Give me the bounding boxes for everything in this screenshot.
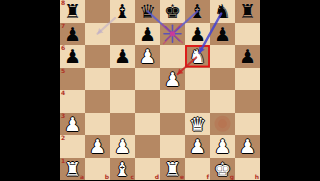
square-a1[interactable]: 1a♜ [60,158,85,181]
file-label-g: g [230,173,234,180]
piece-black-king: ♚ [160,0,185,23]
square-c5[interactable] [110,68,135,91]
square-h2[interactable]: ♟ [235,135,260,158]
file-label-f: f [206,173,209,180]
square-h6[interactable]: ♟ [235,45,260,68]
piece-black-pawn: ♟ [235,45,260,68]
file-label-h: h [255,173,259,180]
chess-board: 8♜♝♛♚♝♞♜7♟♟♟♟6♟♟♟♞♟5♟43♟♛2♟♟♟♟♟1a♜bc♝de♜… [60,0,260,180]
square-e8[interactable]: ♚ [160,0,185,23]
square-g3[interactable] [210,113,235,136]
square-c7[interactable] [110,23,135,46]
square-g2[interactable]: ♟ [210,135,235,158]
letterbox-left [0,0,60,180]
file-label-a: a [80,173,84,180]
square-c1[interactable]: c♝ [110,158,135,181]
piece-white-pawn: ♟ [185,135,210,158]
square-h8[interactable]: ♜ [235,0,260,23]
square-a2[interactable]: 2 [60,135,85,158]
piece-black-pawn: ♟ [60,45,85,68]
square-a3[interactable]: 3♟ [60,113,85,136]
square-f8[interactable]: ♝ [185,0,210,23]
piece-white-rook: ♜ [60,158,85,181]
square-e2[interactable] [160,135,185,158]
piece-white-knight: ♞ [185,45,210,68]
square-d4[interactable] [135,90,160,113]
file-label-c: c [130,173,134,180]
file-label-e: e [180,173,184,180]
square-d8[interactable]: ♛ [135,0,160,23]
square-f5[interactable] [185,68,210,91]
file-label-d: d [155,173,159,180]
piece-white-bishop: ♝ [110,158,135,181]
piece-black-pawn: ♟ [60,23,85,46]
square-c3[interactable] [110,113,135,136]
piece-white-pawn: ♟ [135,45,160,68]
square-a5[interactable]: 5 [60,68,85,91]
square-b7[interactable] [85,23,110,46]
piece-white-king: ♚ [210,158,235,181]
piece-white-pawn: ♟ [235,135,260,158]
square-d5[interactable] [135,68,160,91]
square-f6[interactable]: ♞ [185,45,210,68]
square-d3[interactable] [135,113,160,136]
square-b3[interactable] [85,113,110,136]
piece-white-pawn: ♟ [60,113,85,136]
rank-label-7: 7 [61,22,65,29]
rank-label-4: 4 [61,89,65,96]
piece-white-queen: ♛ [185,113,210,136]
square-e1[interactable]: e♜ [160,158,185,181]
piece-white-pawn: ♟ [85,135,110,158]
piece-white-pawn: ♟ [210,135,235,158]
rank-label-5: 5 [61,67,65,74]
piece-black-pawn: ♟ [185,23,210,46]
square-c2[interactable]: ♟ [110,135,135,158]
square-d2[interactable] [135,135,160,158]
piece-black-bishop: ♝ [185,0,210,23]
square-b8[interactable] [85,0,110,23]
piece-black-queen: ♛ [135,0,160,23]
rank-label-3: 3 [61,112,65,119]
rank-label-8: 8 [61,0,65,6]
piece-white-rook: ♜ [160,158,185,181]
square-g5[interactable] [210,68,235,91]
letterbox-right [260,0,320,180]
square-f2[interactable]: ♟ [185,135,210,158]
square-h3[interactable] [235,113,260,136]
square-c4[interactable] [110,90,135,113]
square-d6[interactable]: ♟ [135,45,160,68]
square-h1[interactable]: h [235,158,260,181]
square-a7[interactable]: 7♟ [60,23,85,46]
square-c8[interactable]: ♝ [110,0,135,23]
square-b5[interactable] [85,68,110,91]
rank-label-1: 1 [61,157,65,164]
square-a8[interactable]: 8♜ [60,0,85,23]
square-a6[interactable]: 6♟ [60,45,85,68]
square-e7[interactable] [160,23,185,46]
square-b2[interactable]: ♟ [85,135,110,158]
square-f4[interactable] [185,90,210,113]
piece-black-pawn: ♟ [210,23,235,46]
square-e6[interactable] [160,45,185,68]
square-g1[interactable]: g♚ [210,158,235,181]
square-f7[interactable]: ♟ [185,23,210,46]
square-g6[interactable] [210,45,235,68]
piece-black-rook: ♜ [235,0,260,23]
square-g4[interactable] [210,90,235,113]
square-b4[interactable] [85,90,110,113]
square-e5[interactable]: ♟ [160,68,185,91]
piece-black-bishop: ♝ [110,0,135,23]
square-h5[interactable] [235,68,260,91]
square-h7[interactable] [235,23,260,46]
square-g8[interactable]: ♞ [210,0,235,23]
piece-black-pawn: ♟ [110,45,135,68]
square-f1[interactable]: f [185,158,210,181]
square-d1[interactable]: d [135,158,160,181]
square-d7[interactable]: ♟ [135,23,160,46]
piece-black-rook: ♜ [60,0,85,23]
piece-black-pawn: ♟ [135,23,160,46]
video-frame: 8♜♝♛♚♝♞♜7♟♟♟♟6♟♟♟♞♟5♟43♟♛2♟♟♟♟♟1a♜bc♝de♜… [0,0,320,180]
rank-label-2: 2 [61,134,65,141]
square-h4[interactable] [235,90,260,113]
square-g7[interactable]: ♟ [210,23,235,46]
square-b1[interactable]: b [85,158,110,181]
square-b6[interactable] [85,45,110,68]
rank-label-6: 6 [61,44,65,51]
square-e3[interactable] [160,113,185,136]
file-label-b: b [105,173,109,180]
square-e4[interactable] [160,90,185,113]
square-f3[interactable]: ♛ [185,113,210,136]
piece-black-knight: ♞ [210,0,235,23]
square-a4[interactable]: 4 [60,90,85,113]
square-c6[interactable]: ♟ [110,45,135,68]
piece-white-pawn: ♟ [110,135,135,158]
piece-white-pawn: ♟ [160,68,185,91]
